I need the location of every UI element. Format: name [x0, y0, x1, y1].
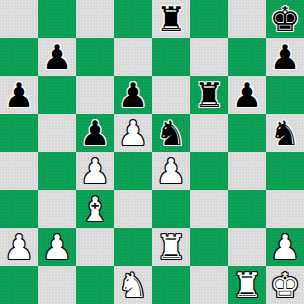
square-g7[interactable]	[228, 38, 266, 76]
square-e3[interactable]	[152, 190, 190, 228]
square-b4[interactable]	[38, 152, 76, 190]
square-f7[interactable]	[190, 38, 228, 76]
piece-white-pawn-a2[interactable]: ♟	[0, 228, 38, 266]
square-b2[interactable]: ♟	[38, 228, 76, 266]
square-c6[interactable]	[76, 76, 114, 114]
piece-white-pawn-h2[interactable]: ♟	[266, 228, 304, 266]
piece-black-pawn-a6[interactable]: ♟	[0, 76, 38, 114]
square-h5[interactable]: ♞	[266, 114, 304, 152]
square-g4[interactable]	[228, 152, 266, 190]
square-f8[interactable]	[190, 0, 228, 38]
square-g8[interactable]	[228, 0, 266, 38]
piece-white-pawn-b2[interactable]: ♟	[38, 228, 76, 266]
piece-white-rook-g1[interactable]: ♜	[228, 266, 266, 304]
square-g2[interactable]	[228, 228, 266, 266]
square-d1[interactable]: ♞	[114, 266, 152, 304]
square-d4[interactable]	[114, 152, 152, 190]
square-e1[interactable]	[152, 266, 190, 304]
square-b1[interactable]	[38, 266, 76, 304]
piece-black-pawn-c5[interactable]: ♟	[76, 114, 114, 152]
square-c2[interactable]	[76, 228, 114, 266]
square-h8[interactable]: ♚	[266, 0, 304, 38]
piece-black-knight-e5[interactable]: ♞	[152, 114, 190, 152]
square-e4[interactable]: ♟	[152, 152, 190, 190]
square-a1[interactable]	[0, 266, 38, 304]
square-f3[interactable]	[190, 190, 228, 228]
square-e8[interactable]: ♜	[152, 0, 190, 38]
square-e7[interactable]	[152, 38, 190, 76]
square-b8[interactable]	[38, 0, 76, 38]
piece-black-pawn-h7[interactable]: ♟	[266, 38, 304, 76]
square-g5[interactable]	[228, 114, 266, 152]
piece-white-knight-d1[interactable]: ♞	[114, 266, 152, 304]
square-d3[interactable]	[114, 190, 152, 228]
square-a7[interactable]	[0, 38, 38, 76]
piece-white-pawn-c4[interactable]: ♟	[76, 152, 114, 190]
chess-board: ♜♚♟♟♟♟♜♟♟♟♞♞♟♟♝♟♟♜♟♞♜♚	[0, 0, 304, 304]
square-h4[interactable]	[266, 152, 304, 190]
square-d6[interactable]: ♟	[114, 76, 152, 114]
square-d7[interactable]	[114, 38, 152, 76]
square-h6[interactable]	[266, 76, 304, 114]
square-h7[interactable]: ♟	[266, 38, 304, 76]
square-h2[interactable]: ♟	[266, 228, 304, 266]
piece-white-bishop-c3[interactable]: ♝	[76, 190, 114, 228]
square-h1[interactable]: ♚	[266, 266, 304, 304]
piece-white-rook-e2[interactable]: ♜	[152, 228, 190, 266]
piece-black-pawn-d6[interactable]: ♟	[114, 76, 152, 114]
square-a4[interactable]	[0, 152, 38, 190]
square-d5[interactable]: ♟	[114, 114, 152, 152]
square-c1[interactable]	[76, 266, 114, 304]
square-a3[interactable]	[0, 190, 38, 228]
piece-white-king-h1[interactable]: ♚	[266, 266, 304, 304]
piece-black-pawn-g6[interactable]: ♟	[228, 76, 266, 114]
square-c8[interactable]	[76, 0, 114, 38]
piece-white-pawn-e4[interactable]: ♟	[152, 152, 190, 190]
square-c5[interactable]: ♟	[76, 114, 114, 152]
piece-black-rook-e8[interactable]: ♜	[152, 0, 190, 38]
piece-black-king-h8[interactable]: ♚	[266, 0, 304, 38]
piece-black-knight-h5[interactable]: ♞	[266, 114, 304, 152]
square-g3[interactable]	[228, 190, 266, 228]
square-g1[interactable]: ♜	[228, 266, 266, 304]
square-b5[interactable]	[38, 114, 76, 152]
square-c3[interactable]: ♝	[76, 190, 114, 228]
square-e5[interactable]: ♞	[152, 114, 190, 152]
square-d2[interactable]	[114, 228, 152, 266]
square-f4[interactable]	[190, 152, 228, 190]
square-e2[interactable]: ♜	[152, 228, 190, 266]
piece-black-rook-f6[interactable]: ♜	[190, 76, 228, 114]
piece-black-pawn-b7[interactable]: ♟	[38, 38, 76, 76]
square-b6[interactable]	[38, 76, 76, 114]
square-c4[interactable]: ♟	[76, 152, 114, 190]
square-g6[interactable]: ♟	[228, 76, 266, 114]
square-f6[interactable]: ♜	[190, 76, 228, 114]
square-f2[interactable]	[190, 228, 228, 266]
square-c7[interactable]	[76, 38, 114, 76]
piece-white-pawn-d5[interactable]: ♟	[114, 114, 152, 152]
square-e6[interactable]	[152, 76, 190, 114]
square-h3[interactable]	[266, 190, 304, 228]
square-a2[interactable]: ♟	[0, 228, 38, 266]
square-f5[interactable]	[190, 114, 228, 152]
square-b7[interactable]: ♟	[38, 38, 76, 76]
square-a8[interactable]	[0, 0, 38, 38]
square-a5[interactable]	[0, 114, 38, 152]
square-a6[interactable]: ♟	[0, 76, 38, 114]
square-f1[interactable]	[190, 266, 228, 304]
square-b3[interactable]	[38, 190, 76, 228]
square-d8[interactable]	[114, 0, 152, 38]
